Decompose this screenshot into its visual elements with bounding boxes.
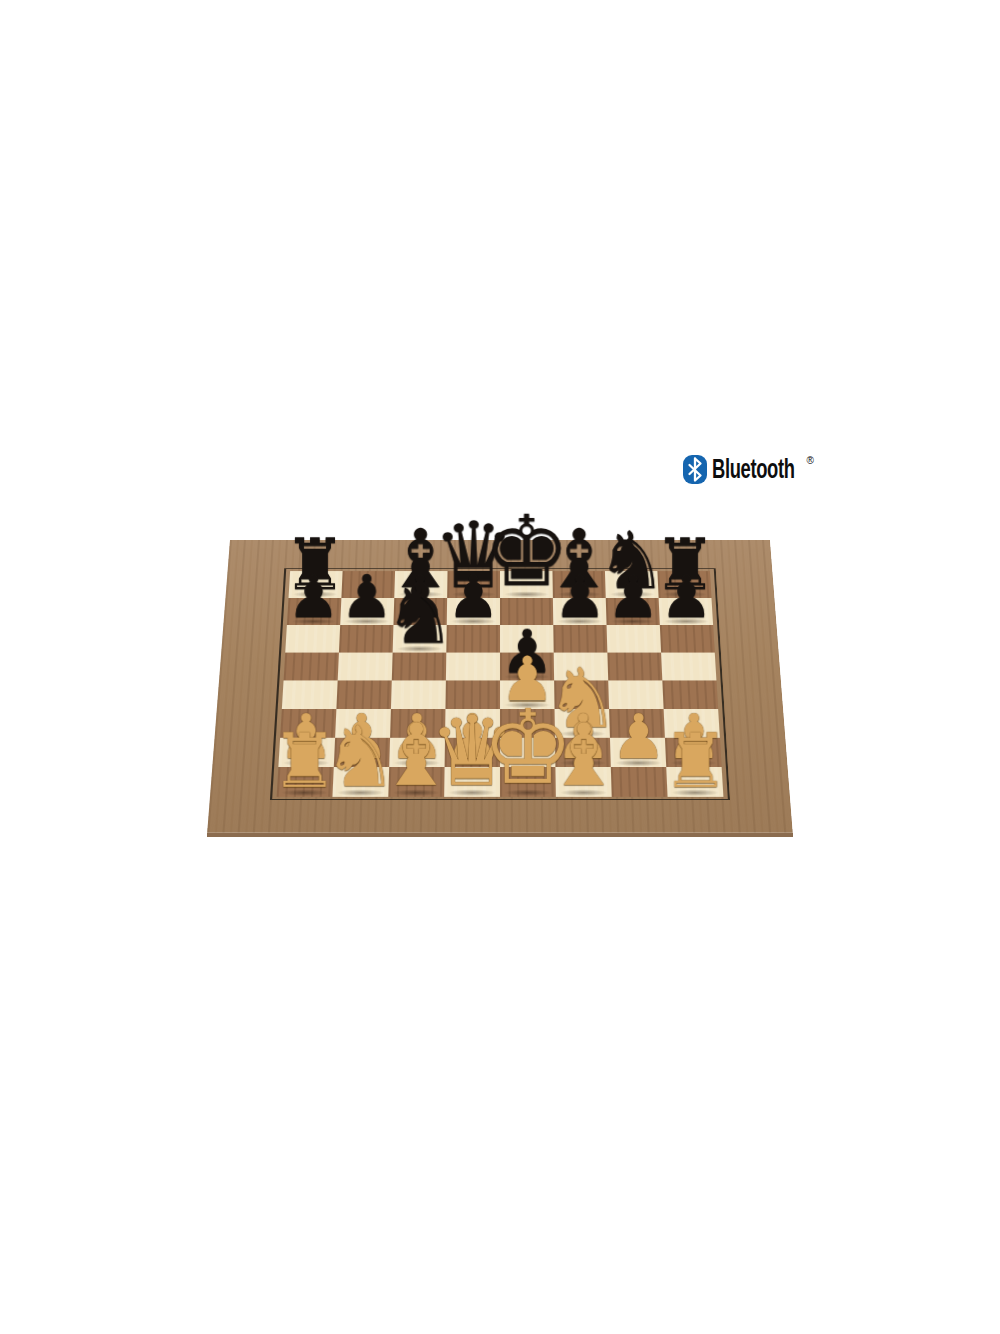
square-e7 (500, 598, 553, 625)
square-g4 (608, 680, 663, 708)
square-b4 (336, 680, 391, 708)
square-a1 (277, 767, 334, 797)
product-photo-page: Bluetooth ® ♜♝♛♚♝♞♜♟♟♟♟♟♟♟♞♟♟♞♟♟♟♟♟♟♟♜♞♝… (0, 0, 1000, 1334)
square-b2 (334, 738, 390, 767)
square-h6 (660, 625, 715, 653)
square-f2 (555, 738, 611, 767)
piece-shadow (398, 618, 443, 624)
square-h2 (665, 738, 722, 767)
piece-shadow (338, 760, 385, 767)
square-b1 (332, 767, 389, 797)
square-e1 (500, 767, 556, 797)
square-e6 (500, 625, 554, 653)
square-c2 (389, 738, 445, 767)
piece-shadow (615, 760, 662, 767)
square-e3 (500, 709, 555, 738)
chess-board: ♜♝♛♚♝♞♜♟♟♟♟♟♟♟♞♟♟♞♟♟♟♟♟♟♟♜♞♝♛♚♝♜ (207, 540, 793, 837)
square-a4 (282, 680, 338, 708)
piece-shadow (560, 760, 607, 767)
piece-shadow (557, 618, 602, 624)
piece-shadow (393, 789, 440, 796)
piece-shadow (283, 760, 330, 767)
square-e2 (500, 738, 555, 767)
square-g6 (607, 625, 662, 653)
bluetooth-badge: Bluetooth ® (683, 455, 846, 484)
piece-shadow (560, 789, 607, 796)
registered-trademark-symbol: ® (806, 455, 813, 466)
square-d6 (446, 625, 500, 653)
square-f4 (554, 680, 609, 708)
piece-shadow (291, 618, 336, 624)
piece-shadow (559, 730, 606, 737)
square-f1 (555, 767, 611, 797)
piece-shadow (451, 618, 496, 624)
square-c4 (391, 680, 446, 708)
piece-shadow (504, 789, 551, 796)
piece-shadow (504, 673, 550, 679)
square-h3 (664, 709, 720, 738)
piece-shadow (397, 646, 443, 652)
square-h1 (666, 767, 723, 797)
square-a3 (280, 709, 336, 738)
square-d4 (445, 680, 500, 708)
square-a6 (285, 625, 340, 653)
piece-shadow (449, 760, 496, 767)
square-d1 (444, 767, 500, 797)
square-b6 (339, 625, 394, 653)
square-b3 (335, 709, 391, 738)
square-d3 (445, 709, 500, 738)
piece-shadow (610, 618, 655, 624)
square-c1 (388, 767, 444, 797)
board-scene: ♜♝♛♚♝♞♜♟♟♟♟♟♟♟♞♟♟♞♟♟♟♟♟♟♟♜♞♝♛♚♝♜ (230, 540, 770, 1080)
piece-shadow (448, 789, 495, 796)
square-g1 (611, 767, 668, 797)
square-a2 (278, 738, 335, 767)
square-b8 (341, 571, 395, 598)
piece-shadow (672, 789, 720, 796)
square-h4 (662, 680, 718, 708)
bluetooth-wordmark: Bluetooth (712, 456, 795, 483)
piece-shadow (344, 618, 389, 624)
bluetooth-rune-icon (683, 455, 707, 484)
square-d2 (445, 738, 500, 767)
piece-shadow (393, 760, 440, 767)
piece-shadow (664, 618, 709, 624)
piece-shadow (337, 789, 384, 796)
piece-shadow (670, 760, 717, 767)
square-g3 (609, 709, 665, 738)
square-f6 (553, 625, 607, 653)
square-c3 (390, 709, 445, 738)
piece-shadow (281, 789, 329, 796)
square-g2 (610, 738, 666, 767)
